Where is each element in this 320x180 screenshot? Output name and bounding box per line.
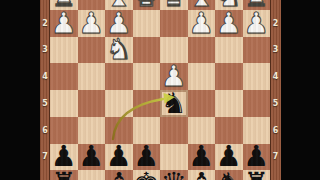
square-c7: ♟ xyxy=(188,144,216,171)
rank-label-right-5: 5 xyxy=(270,90,281,117)
square-f3: ♞ xyxy=(105,37,133,64)
square-a8: ♜ xyxy=(243,170,271,180)
square-f4 xyxy=(105,63,133,90)
piece-black-rook: ♜ xyxy=(243,170,271,180)
square-a6 xyxy=(243,117,271,144)
rank-label-right-2: 2 xyxy=(270,10,281,37)
rank-label-left-4: 4 xyxy=(40,63,50,90)
square-b7: ♟ xyxy=(215,144,243,171)
square-e5 xyxy=(133,90,161,117)
piece-white-rook: ♜ xyxy=(243,0,271,10)
square-f8: ♝ xyxy=(105,170,133,180)
square-h3 xyxy=(50,37,78,64)
square-e7: ♟ xyxy=(133,144,161,171)
square-d5: ♞ xyxy=(160,90,188,117)
rank-labels-left: 234567 xyxy=(40,0,50,180)
square-e4 xyxy=(133,63,161,90)
square-c2: ♟ xyxy=(188,10,216,37)
square-d2 xyxy=(160,10,188,37)
piece-white-knight: ♞ xyxy=(105,37,133,64)
square-c8: ♝ xyxy=(188,170,216,180)
square-g3 xyxy=(78,37,106,64)
square-g4 xyxy=(78,63,106,90)
piece-black-pawn: ♟ xyxy=(215,144,243,171)
square-a5 xyxy=(243,90,271,117)
piece-white-bishop: ♝ xyxy=(105,0,133,10)
square-g2: ♟ xyxy=(78,10,106,37)
square-d4: ♟ xyxy=(160,63,188,90)
square-g6 xyxy=(78,117,106,144)
square-g5 xyxy=(78,90,106,117)
square-h4 xyxy=(50,63,78,90)
square-b8: ♞ xyxy=(215,170,243,180)
square-b6 xyxy=(215,117,243,144)
piece-white-rook: ♜ xyxy=(50,0,78,10)
square-a2: ♟ xyxy=(243,10,271,37)
rank-label-left-3: 3 xyxy=(40,37,50,64)
board-squares: ♜♝♚♛♝♞♜♟♟♟♟♟♟♞♟♞♟♟♟♟♟♟♟♜♝♚♛♝♞♜ xyxy=(50,0,270,180)
square-h5 xyxy=(50,90,78,117)
square-e2 xyxy=(133,10,161,37)
square-b5 xyxy=(215,90,243,117)
piece-black-knight: ♞ xyxy=(215,170,243,180)
square-e8: ♚ xyxy=(133,170,161,180)
square-c3 xyxy=(188,37,216,64)
square-e6 xyxy=(133,117,161,144)
piece-black-pawn: ♟ xyxy=(188,144,216,171)
rank-label-left-7: 7 xyxy=(40,144,50,171)
letterbox-right xyxy=(281,0,320,180)
letterbox-left xyxy=(0,0,40,180)
square-h2: ♟ xyxy=(50,10,78,37)
square-f2: ♟ xyxy=(105,10,133,37)
square-d8: ♛ xyxy=(160,170,188,180)
piece-white-king: ♚ xyxy=(133,0,161,10)
square-c4 xyxy=(188,63,216,90)
square-b3 xyxy=(215,37,243,64)
piece-black-knight: ♞ xyxy=(160,90,188,117)
square-f6 xyxy=(105,117,133,144)
rank-labels-right: 234567 xyxy=(270,0,281,180)
square-d3 xyxy=(160,37,188,64)
square-d1: ♛ xyxy=(160,0,188,10)
piece-white-pawn: ♟ xyxy=(105,10,133,37)
piece-black-queen: ♛ xyxy=(160,170,188,180)
square-e3 xyxy=(133,37,161,64)
square-c6 xyxy=(188,117,216,144)
piece-white-pawn: ♟ xyxy=(243,10,271,37)
square-g8 xyxy=(78,170,106,180)
piece-black-bishop: ♝ xyxy=(188,170,216,180)
rank-label-right-4: 4 xyxy=(270,63,281,90)
square-c1: ♝ xyxy=(188,0,216,10)
piece-white-knight: ♞ xyxy=(215,0,243,10)
piece-black-rook: ♜ xyxy=(50,170,78,180)
square-f1: ♝ xyxy=(105,0,133,10)
rank-label-left-6: 6 xyxy=(40,117,50,144)
rank-label-left-5: 5 xyxy=(40,90,50,117)
piece-black-pawn: ♟ xyxy=(78,144,106,171)
piece-black-pawn: ♟ xyxy=(50,144,78,171)
rank-label-right-7: 7 xyxy=(270,144,281,171)
square-c5 xyxy=(188,90,216,117)
piece-white-pawn: ♟ xyxy=(188,10,216,37)
square-f5 xyxy=(105,90,133,117)
chess-board: 234567 ♜♝♚♛♝♞♜♟♟♟♟♟♟♞♟♞♟♟♟♟♟♟♟♜♝♚♛♝♞♜ 23… xyxy=(40,0,281,180)
square-f7: ♟ xyxy=(105,144,133,171)
square-b1: ♞ xyxy=(215,0,243,10)
piece-black-pawn: ♟ xyxy=(105,144,133,171)
piece-black-bishop: ♝ xyxy=(105,170,133,180)
piece-white-bishop: ♝ xyxy=(188,0,216,10)
square-h1: ♜ xyxy=(50,0,78,10)
square-e1: ♚ xyxy=(133,0,161,10)
square-b4 xyxy=(215,63,243,90)
piece-white-pawn: ♟ xyxy=(78,10,106,37)
rank-label-left-2: 2 xyxy=(40,10,50,37)
piece-white-pawn: ♟ xyxy=(160,63,188,90)
piece-black-pawn: ♟ xyxy=(133,144,161,171)
square-g7: ♟ xyxy=(78,144,106,171)
square-h8: ♜ xyxy=(50,170,78,180)
square-h7: ♟ xyxy=(50,144,78,171)
piece-white-pawn: ♟ xyxy=(50,10,78,37)
square-d6 xyxy=(160,117,188,144)
piece-white-pawn: ♟ xyxy=(215,10,243,37)
square-a1: ♜ xyxy=(243,0,271,10)
piece-black-king: ♚ xyxy=(133,170,161,180)
square-d7 xyxy=(160,144,188,171)
square-a7: ♟ xyxy=(243,144,271,171)
square-b2: ♟ xyxy=(215,10,243,37)
rank-label-right-6: 6 xyxy=(270,117,281,144)
piece-black-pawn: ♟ xyxy=(243,144,271,171)
video-frame: 234567 ♜♝♚♛♝♞♜♟♟♟♟♟♟♞♟♞♟♟♟♟♟♟♟♜♝♚♛♝♞♜ 23… xyxy=(0,0,320,180)
square-a4 xyxy=(243,63,271,90)
square-g1 xyxy=(78,0,106,10)
square-h6 xyxy=(50,117,78,144)
rank-label-right-3: 3 xyxy=(270,37,281,64)
piece-white-queen: ♛ xyxy=(160,0,188,10)
square-a3 xyxy=(243,37,271,64)
